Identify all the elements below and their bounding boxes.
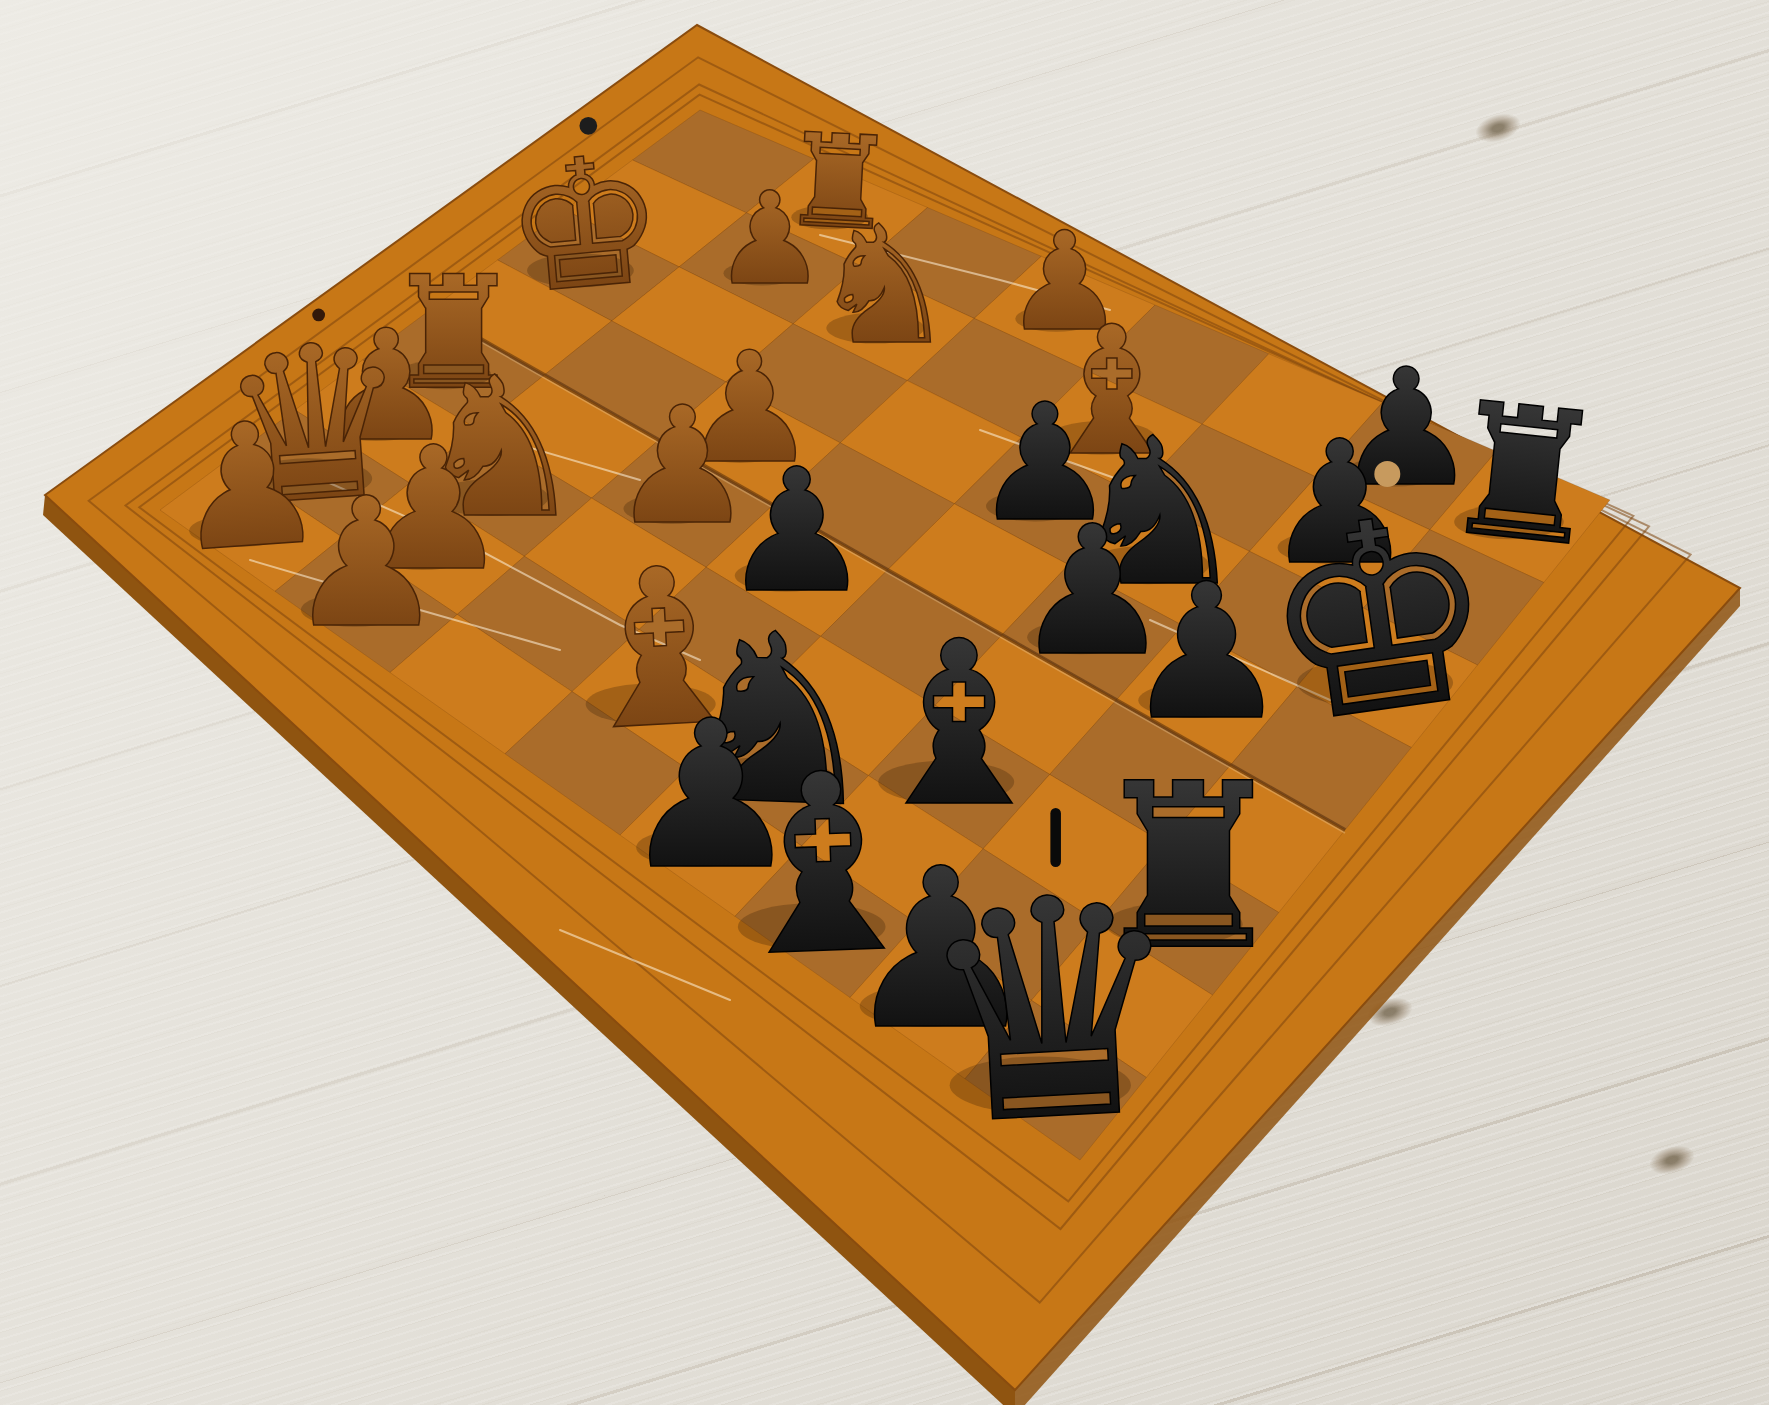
- queen-finial-hole: [312, 309, 325, 322]
- scene: ♜♚♟♞♟♜♝♟♟♛♞♟♟♟♟♟♜♞♟♟♟♟♝♚♟♝♞♟♜♝♟♛: [0, 0, 1769, 1405]
- queen-glyph: ♛: [908, 829, 1197, 1194]
- pawn-glyph: ♟: [286, 459, 446, 667]
- king-finial-ball: [579, 117, 597, 135]
- king-finial-ball: [1374, 461, 1400, 487]
- piece-black-pawn-d7[interactable]: ♟: [1123, 543, 1291, 761]
- chessboard-photo: ♜♚♟♞♟♜♝♟♟♛♞♟♟♟♟♟♜♞♟♟♟♟♝♚♟♝♞♟♜♝♟♛: [0, 0, 1769, 1405]
- piece-black-queen-h8[interactable]: ♛: [908, 813, 1197, 1193]
- piece-white-pawn-h2[interactable]: ♟: [286, 459, 446, 667]
- knight-glyph: ♞: [811, 191, 957, 380]
- piece-white-knight-b3[interactable]: ♞: [811, 191, 957, 380]
- pawn-glyph: ♟: [1123, 543, 1291, 761]
